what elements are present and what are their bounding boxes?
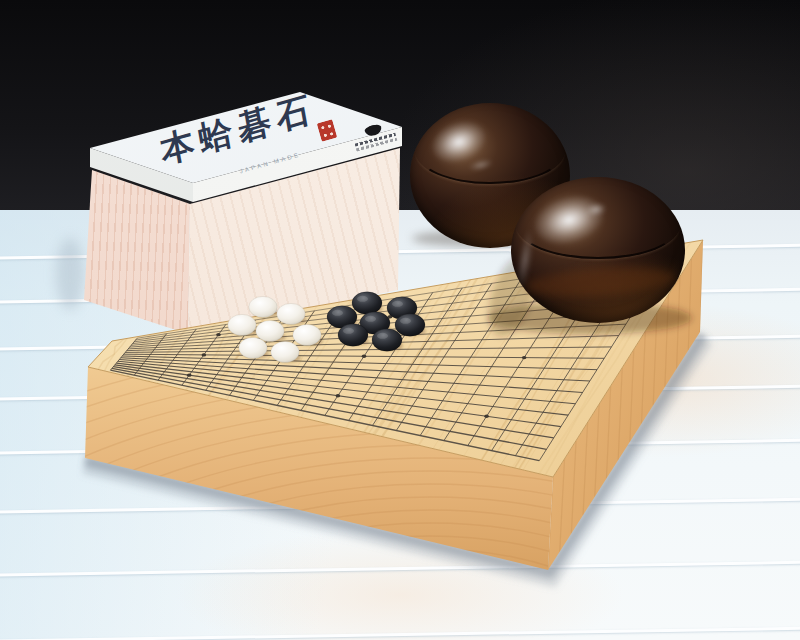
go-stone-white[interactable]: [271, 341, 299, 362]
go-stone-black[interactable]: [395, 314, 425, 336]
go-stone-white[interactable]: [228, 314, 256, 335]
go-stone-black[interactable]: [338, 324, 368, 346]
scene: 本蛤碁石 JAPAN MADE: [0, 0, 800, 640]
go-stone-black[interactable]: [372, 329, 402, 351]
go-stone-white[interactable]: [277, 303, 305, 324]
go-stone-white[interactable]: [239, 337, 267, 358]
go-board[interactable]: [0, 0, 800, 640]
go-stone-white[interactable]: [256, 320, 284, 341]
go-stone-black[interactable]: [352, 292, 382, 314]
go-bowl-front[interactable]: [511, 177, 685, 323]
go-stone-white[interactable]: [293, 324, 321, 345]
go-stone-white[interactable]: [249, 296, 277, 317]
